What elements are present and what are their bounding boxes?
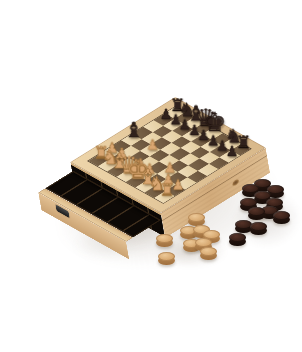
- checker-light: [203, 230, 220, 243]
- piece-light-pawn-c4: ♟: [140, 138, 166, 152]
- dark-checkers-shadow: [228, 185, 302, 252]
- checker-light: [200, 247, 217, 260]
- checker-light: [158, 252, 175, 265]
- light-checkers-shadow: [152, 236, 228, 268]
- checker-dark: [229, 233, 246, 246]
- chess-box: ♜♟♝♟♜♞♟♟♞♝♟♟♝♛♟♟♛♚♟♟♚♝♟♟♞♟♟♞♜♟♟♜: [70, 97, 265, 213]
- checker-dark: [267, 185, 284, 198]
- checker-light: [195, 238, 212, 251]
- square-h1: ♜: [154, 191, 174, 203]
- wood-knot: [232, 178, 240, 187]
- checker-dark: [248, 207, 265, 220]
- checker-dark: [261, 206, 278, 219]
- checker-dark: [250, 222, 267, 235]
- piece-light-rook-h1: ♜: [154, 181, 180, 198]
- checker-light: [183, 239, 200, 252]
- checker-dark: [273, 211, 290, 224]
- checker-dark: [254, 191, 271, 204]
- checker-dark: [240, 198, 257, 211]
- piece-dark-pawn-h7: ♟: [219, 144, 245, 158]
- product-photo-scene: ♜♟♝♟♜♞♟♟♞♝♟♟♝♛♟♟♛♚♟♟♚♝♟♟♞♟♟♞♜♟♟♜: [0, 0, 302, 352]
- checker-dark: [266, 198, 283, 211]
- checker-dark: [235, 220, 252, 233]
- checker-light: [193, 225, 210, 238]
